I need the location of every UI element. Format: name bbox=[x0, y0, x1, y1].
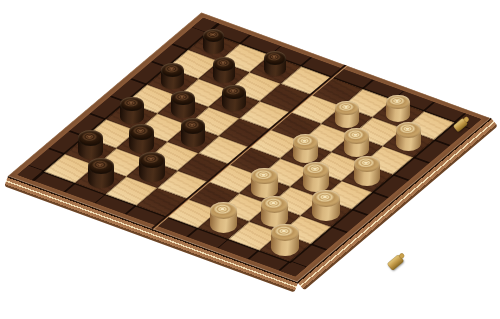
dark-piece[interactable]: ⛂ bbox=[203, 29, 225, 54]
dark-piece[interactable]: ⛂ bbox=[120, 97, 144, 124]
light-piece[interactable]: ⛀ bbox=[261, 196, 288, 227]
dark-piece[interactable]: ⛂ bbox=[213, 57, 236, 83]
dark-piece[interactable]: ⛂ bbox=[222, 85, 246, 112]
brass-clasp bbox=[387, 254, 404, 271]
light-piece[interactable]: ⛀ bbox=[386, 95, 410, 122]
piece-top bbox=[335, 101, 359, 116]
dark-piece[interactable]: ⛂ bbox=[171, 91, 195, 118]
light-piece[interactable]: ⛀ bbox=[396, 122, 421, 150]
piece-top bbox=[396, 122, 421, 137]
piece-top bbox=[210, 202, 238, 219]
dark-piece[interactable]: ⛂ bbox=[129, 124, 154, 152]
light-piece[interactable]: ⛀ bbox=[293, 134, 318, 163]
dark-piece[interactable]: ⛂ bbox=[264, 51, 286, 77]
piece-top bbox=[161, 63, 184, 77]
piece-top bbox=[171, 91, 195, 106]
light-piece[interactable]: ⛀ bbox=[210, 202, 238, 234]
piece-top bbox=[344, 128, 369, 144]
light-piece[interactable]: ⛀ bbox=[344, 128, 369, 157]
piece-top bbox=[120, 97, 144, 112]
light-piece[interactable]: ⛀ bbox=[312, 190, 339, 221]
piece-top bbox=[312, 190, 339, 207]
dark-piece[interactable]: ⛂ bbox=[181, 118, 206, 146]
piece-top bbox=[139, 152, 165, 168]
piece-top bbox=[222, 85, 246, 100]
dark-piece[interactable]: ⛂ bbox=[78, 130, 103, 159]
light-piece[interactable]: ⛀ bbox=[271, 224, 299, 256]
piece-top bbox=[293, 134, 318, 150]
light-piece[interactable]: ⛀ bbox=[251, 168, 278, 198]
piece-top bbox=[181, 118, 206, 133]
piece-top bbox=[88, 158, 114, 174]
light-piece[interactable]: ⛀ bbox=[354, 156, 380, 186]
light-piece[interactable]: ⛀ bbox=[335, 101, 359, 129]
piece-top bbox=[213, 57, 236, 71]
piece-top bbox=[264, 51, 286, 65]
piece-top bbox=[129, 124, 154, 140]
dark-piece[interactable]: ⛂ bbox=[88, 158, 114, 188]
product-photo-stage: ⛂⛂⛂⛂⛂⛂⛂⛂⛂⛂⛂⛂⛀⛀⛀⛀⛀⛀⛀⛀⛀⛀⛀⛀ bbox=[0, 0, 500, 319]
piece-top bbox=[271, 224, 299, 242]
dark-piece[interactable]: ⛂ bbox=[139, 152, 165, 182]
piece-top bbox=[78, 130, 103, 146]
dark-piece[interactable]: ⛂ bbox=[161, 63, 184, 89]
piece-top bbox=[261, 196, 288, 213]
light-piece[interactable]: ⛀ bbox=[303, 162, 329, 192]
